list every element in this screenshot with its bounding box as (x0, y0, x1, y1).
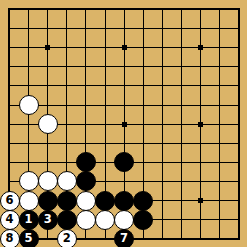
stone-black-move-5: 5 (19, 229, 39, 247)
stone-white-move-4: 4 (0, 210, 20, 230)
stone-white-move-8: 8 (0, 229, 20, 247)
stone-white (76, 210, 96, 230)
stone-black (57, 191, 77, 211)
stone-white (114, 210, 134, 230)
stone-white-move-2: 2 (57, 229, 77, 247)
grid-line-vertical (162, 10, 163, 239)
move-number: 3 (44, 214, 52, 226)
stone-black (38, 191, 58, 211)
stone-white (19, 95, 39, 115)
stone-black (133, 210, 153, 230)
go-board[interactable]: 64138527 (0, 0, 247, 247)
stone-black (57, 210, 77, 230)
stone-black-move-3: 3 (38, 210, 58, 230)
move-number: 5 (25, 233, 33, 245)
stone-black-move-7: 7 (114, 229, 134, 247)
grid-line-vertical (219, 10, 220, 239)
star-point (45, 45, 50, 50)
move-number: 7 (120, 233, 128, 245)
star-point (122, 122, 127, 127)
move-number: 2 (63, 233, 71, 245)
star-point (198, 122, 203, 127)
stone-white (95, 210, 115, 230)
stone-white (38, 171, 58, 191)
grid-line-horizontal (10, 143, 239, 144)
star-point (198, 198, 203, 203)
stone-white (76, 191, 96, 211)
stone-white (19, 191, 39, 211)
stone-white-move-6: 6 (0, 191, 20, 211)
move-number: 1 (25, 214, 33, 226)
stone-white (38, 114, 58, 134)
move-number: 8 (5, 233, 13, 245)
star-point (198, 45, 203, 50)
move-number: 4 (5, 214, 13, 226)
stone-black-move-1: 1 (19, 210, 39, 230)
move-number: 6 (5, 195, 13, 207)
go-board-diagram: 64138527 (0, 0, 247, 247)
star-point (122, 45, 127, 50)
grid-line-vertical (181, 10, 182, 239)
stone-black (133, 191, 153, 211)
stone-black (95, 191, 115, 211)
stone-black (114, 191, 134, 211)
stone-white (19, 171, 39, 191)
